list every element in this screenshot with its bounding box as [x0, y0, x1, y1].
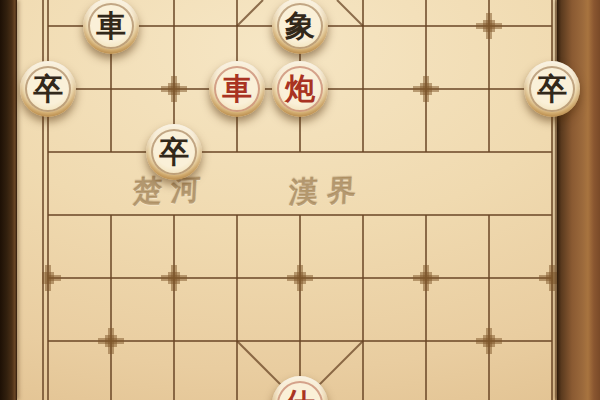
- piece-character: 卒: [524, 61, 580, 117]
- piece-character: 卒: [146, 124, 202, 180]
- piece-character: 仕: [272, 376, 328, 400]
- piece-black-soldier-b[interactable]: 卒: [524, 61, 580, 117]
- piece-red-advisor[interactable]: 仕: [272, 376, 328, 400]
- piece-black-soldier-a[interactable]: 卒: [20, 61, 76, 117]
- board-frame-right: [557, 0, 600, 400]
- piece-character: 卒: [20, 61, 76, 117]
- river-label-han-jie: 漢界: [288, 171, 366, 214]
- piece-character: 車: [83, 0, 139, 54]
- xiangqi-board[interactable]: 楚河 漢界 車象卒車炮卒卒仕: [0, 0, 600, 400]
- piece-character: 車: [209, 61, 265, 117]
- piece-black-soldier-c[interactable]: 卒: [146, 124, 202, 180]
- piece-character: 炮: [272, 61, 328, 117]
- piece-black-chariot[interactable]: 車: [83, 0, 139, 54]
- piece-red-cannon[interactable]: 炮: [272, 61, 328, 117]
- piece-red-chariot[interactable]: 車: [209, 61, 265, 117]
- piece-black-elephant[interactable]: 象: [272, 0, 328, 54]
- board-frame-left: [0, 0, 17, 400]
- piece-character: 象: [272, 0, 328, 54]
